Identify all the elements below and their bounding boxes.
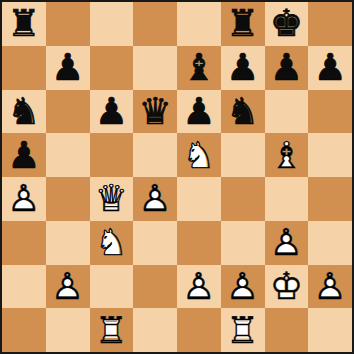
square-a4[interactable]: ♟♙ [2, 177, 46, 221]
piece-white-pawn-outline-icon: ♙ [221, 265, 265, 309]
square-e8[interactable] [177, 2, 221, 46]
square-d7[interactable] [133, 46, 177, 90]
square-c4[interactable]: ♛♕ [90, 177, 134, 221]
square-f6[interactable]: ♞ [221, 90, 265, 134]
piece-black-queen[interactable]: ♛ [133, 90, 177, 134]
square-g5[interactable]: ♝♗ [265, 133, 309, 177]
square-h6[interactable] [308, 90, 352, 134]
square-c6[interactable]: ♟ [90, 90, 134, 134]
piece-white-pawn[interactable]: ♟♙ [133, 177, 177, 221]
piece-black-king-icon: ♚ [270, 5, 303, 42]
square-g7[interactable]: ♟ [265, 46, 309, 90]
square-f3[interactable] [221, 221, 265, 265]
piece-black-rook[interactable]: ♜ [2, 2, 46, 46]
piece-white-bishop[interactable]: ♝♗ [265, 133, 309, 177]
piece-white-pawn-outline-icon: ♙ [133, 177, 177, 221]
square-c7[interactable] [90, 46, 134, 90]
piece-black-pawn-icon: ♟ [95, 93, 128, 130]
square-a1[interactable] [2, 308, 46, 352]
chess-board: ♜♜♚♟♝♟♟♟♞♟♛♟♞♟♞♘♝♗♟♙♛♕♟♙♞♘♟♙♟♙♟♙♟♙♚♔♟♙♜♖… [0, 0, 354, 354]
square-e6[interactable]: ♟ [177, 90, 221, 134]
square-e5[interactable]: ♞♘ [177, 133, 221, 177]
piece-black-bishop[interactable]: ♝ [177, 46, 221, 90]
square-f8[interactable]: ♜ [221, 2, 265, 46]
square-h8[interactable] [308, 2, 352, 46]
square-f2[interactable]: ♟♙ [221, 265, 265, 309]
square-d5[interactable] [133, 133, 177, 177]
piece-black-pawn-icon: ♟ [182, 93, 215, 130]
square-g2[interactable]: ♚♔ [265, 265, 309, 309]
square-h4[interactable] [308, 177, 352, 221]
piece-white-knight-outline-icon: ♘ [90, 221, 134, 265]
square-h3[interactable] [308, 221, 352, 265]
piece-white-knight-outline-icon: ♘ [177, 133, 221, 177]
square-c2[interactable] [90, 265, 134, 309]
piece-black-knight-icon: ♞ [7, 93, 40, 130]
piece-white-queen[interactable]: ♛♕ [90, 177, 134, 221]
piece-black-pawn[interactable]: ♟ [308, 46, 352, 90]
piece-white-king[interactable]: ♚♔ [265, 265, 309, 309]
square-f1[interactable]: ♜♖ [221, 308, 265, 352]
square-d8[interactable] [133, 2, 177, 46]
piece-black-pawn-icon: ♟ [314, 49, 347, 86]
piece-black-knight[interactable]: ♞ [2, 90, 46, 134]
piece-black-bishop-icon: ♝ [182, 49, 215, 86]
piece-white-queen-outline-icon: ♕ [90, 177, 134, 221]
piece-white-bishop-outline-icon: ♗ [265, 133, 309, 177]
piece-white-rook-outline-icon: ♖ [90, 308, 134, 352]
square-b6[interactable] [46, 90, 90, 134]
square-b7[interactable]: ♟ [46, 46, 90, 90]
piece-black-queen-icon: ♛ [139, 93, 172, 130]
piece-black-rook-icon: ♜ [226, 5, 259, 42]
piece-black-knight[interactable]: ♞ [221, 90, 265, 134]
square-a8[interactable]: ♜ [2, 2, 46, 46]
square-e7[interactable]: ♝ [177, 46, 221, 90]
piece-white-pawn[interactable]: ♟♙ [265, 221, 309, 265]
square-g8[interactable]: ♚ [265, 2, 309, 46]
square-b4[interactable] [46, 177, 90, 221]
square-c3[interactable]: ♞♘ [90, 221, 134, 265]
square-a6[interactable]: ♞ [2, 90, 46, 134]
square-h2[interactable]: ♟♙ [308, 265, 352, 309]
piece-white-pawn-outline-icon: ♙ [2, 177, 46, 221]
piece-white-pawn-outline-icon: ♙ [46, 265, 90, 309]
square-h5[interactable] [308, 133, 352, 177]
square-d4[interactable]: ♟♙ [133, 177, 177, 221]
square-b3[interactable] [46, 221, 90, 265]
piece-white-pawn[interactable]: ♟♙ [308, 265, 352, 309]
piece-black-pawn[interactable]: ♟ [177, 90, 221, 134]
square-d2[interactable] [133, 265, 177, 309]
piece-black-rook-icon: ♜ [7, 5, 40, 42]
piece-black-pawn[interactable]: ♟ [2, 133, 46, 177]
piece-black-pawn[interactable]: ♟ [221, 46, 265, 90]
square-b8[interactable] [46, 2, 90, 46]
square-c8[interactable] [90, 2, 134, 46]
piece-white-pawn-outline-icon: ♙ [308, 265, 352, 309]
square-a2[interactable] [2, 265, 46, 309]
square-f5[interactable] [221, 133, 265, 177]
piece-white-pawn[interactable]: ♟♙ [46, 265, 90, 309]
piece-black-pawn[interactable]: ♟ [265, 46, 309, 90]
square-d6[interactable]: ♛ [133, 90, 177, 134]
square-e4[interactable] [177, 177, 221, 221]
piece-black-pawn-icon: ♟ [7, 137, 40, 174]
piece-black-king[interactable]: ♚ [265, 2, 309, 46]
square-e3[interactable] [177, 221, 221, 265]
piece-white-pawn[interactable]: ♟♙ [221, 265, 265, 309]
piece-white-rook-outline-icon: ♖ [221, 308, 265, 352]
square-a3[interactable] [2, 221, 46, 265]
square-a5[interactable]: ♟ [2, 133, 46, 177]
piece-white-pawn-outline-icon: ♙ [177, 265, 221, 309]
piece-white-pawn[interactable]: ♟♙ [2, 177, 46, 221]
piece-black-pawn[interactable]: ♟ [90, 90, 134, 134]
square-e1[interactable] [177, 308, 221, 352]
square-d1[interactable] [133, 308, 177, 352]
piece-white-king-outline-icon: ♔ [265, 265, 309, 309]
piece-white-knight[interactable]: ♞♘ [177, 133, 221, 177]
square-b5[interactable] [46, 133, 90, 177]
square-a7[interactable] [2, 46, 46, 90]
square-b2[interactable]: ♟♙ [46, 265, 90, 309]
square-f4[interactable] [221, 177, 265, 221]
piece-black-pawn-icon: ♟ [270, 49, 303, 86]
square-f7[interactable]: ♟ [221, 46, 265, 90]
piece-black-pawn-icon: ♟ [51, 49, 84, 86]
piece-black-pawn-icon: ♟ [226, 49, 259, 86]
square-h1[interactable] [308, 308, 352, 352]
square-g3[interactable]: ♟♙ [265, 221, 309, 265]
piece-black-pawn[interactable]: ♟ [46, 46, 90, 90]
piece-white-rook[interactable]: ♜♖ [90, 308, 134, 352]
square-d3[interactable] [133, 221, 177, 265]
square-c5[interactable] [90, 133, 134, 177]
piece-black-knight-icon: ♞ [226, 93, 259, 130]
square-e2[interactable]: ♟♙ [177, 265, 221, 309]
piece-white-pawn-outline-icon: ♙ [265, 221, 309, 265]
square-g4[interactable] [265, 177, 309, 221]
square-b1[interactable] [46, 308, 90, 352]
piece-white-knight[interactable]: ♞♘ [90, 221, 134, 265]
square-g1[interactable] [265, 308, 309, 352]
square-g6[interactable] [265, 90, 309, 134]
piece-black-rook[interactable]: ♜ [221, 2, 265, 46]
piece-white-pawn[interactable]: ♟♙ [177, 265, 221, 309]
piece-white-rook[interactable]: ♜♖ [221, 308, 265, 352]
square-h7[interactable]: ♟ [308, 46, 352, 90]
square-c1[interactable]: ♜♖ [90, 308, 134, 352]
